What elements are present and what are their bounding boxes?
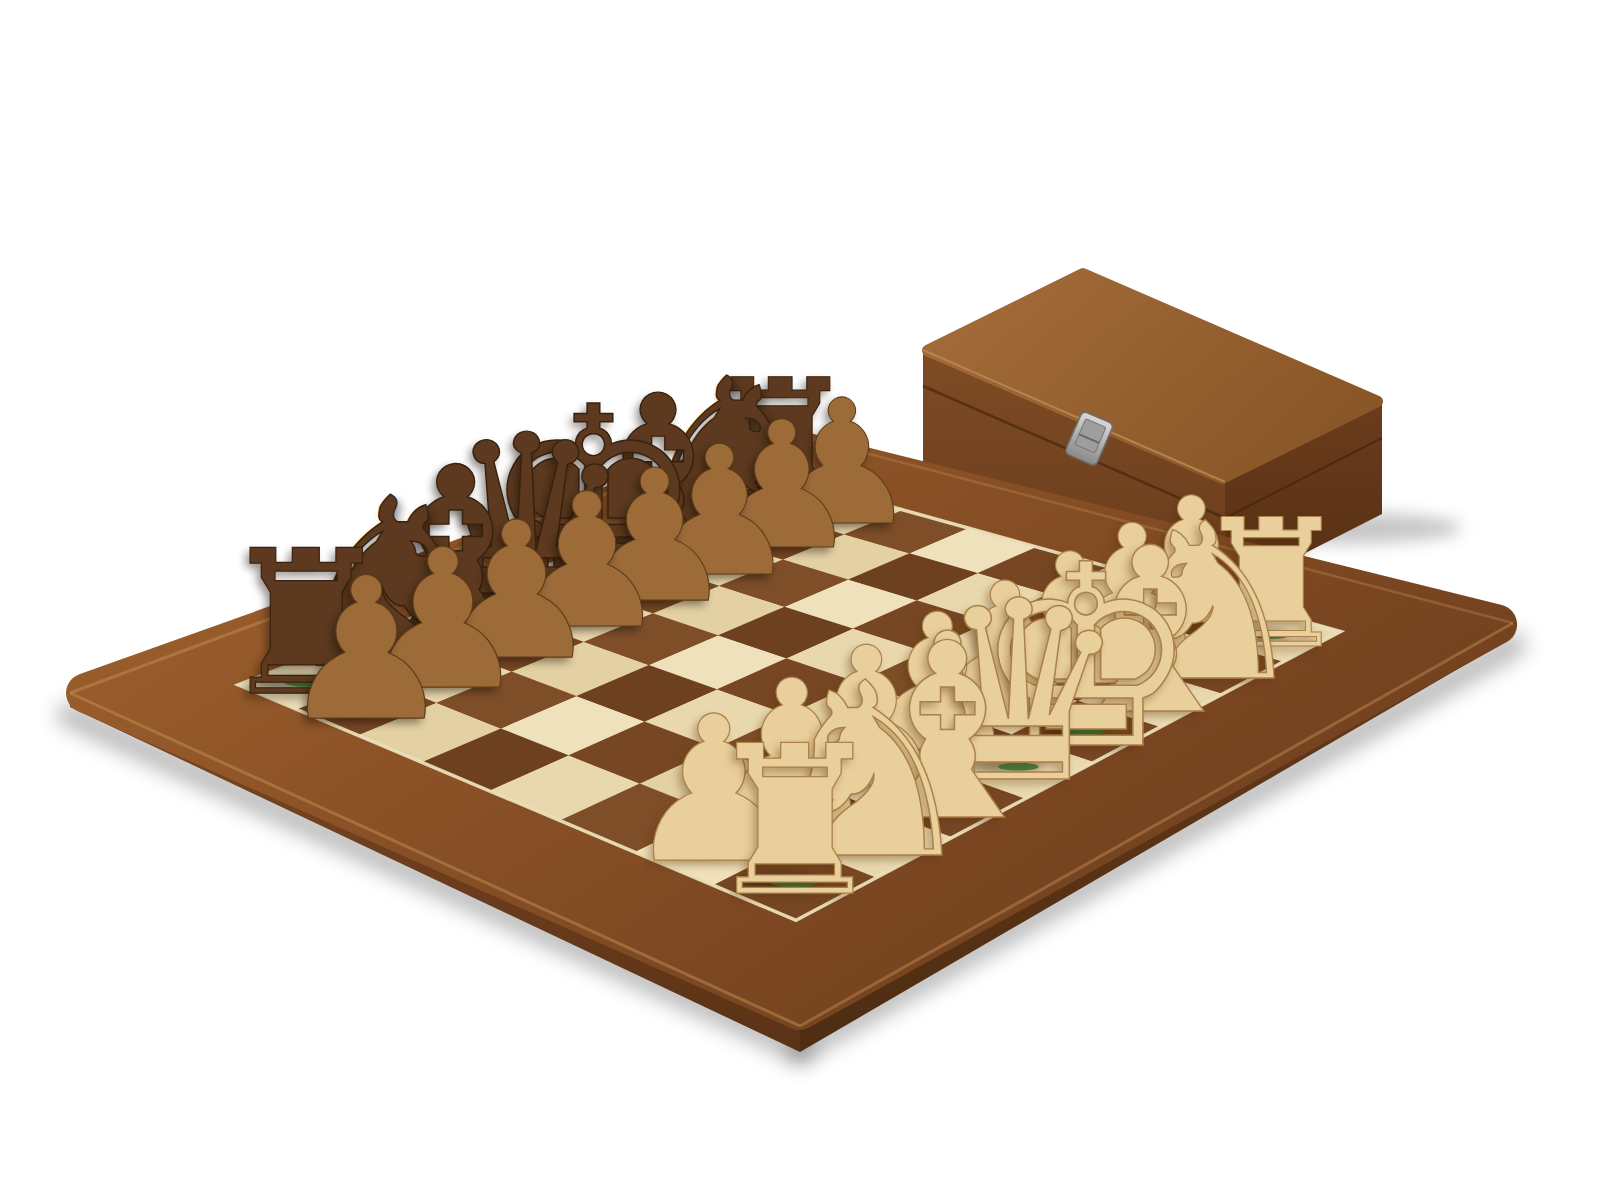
chess-board-scene xyxy=(0,0,1600,1202)
piece-felt-base xyxy=(764,493,797,499)
piece-felt-base xyxy=(765,535,799,542)
piece-felt-base xyxy=(1132,695,1169,702)
piece-felt-base xyxy=(362,649,404,657)
piece-felt-base xyxy=(436,620,476,628)
product-photo-chess-set: ♜♟♞♟♝♟♚♟♛♟♟♝♜♟♟♞♞♟♟♜♝♟♟♚♟♛♟♝♟♞♟♜ xyxy=(0,0,1600,1202)
piece-felt-base xyxy=(344,703,388,711)
piece-felt-base xyxy=(702,560,738,567)
piece-felt-base xyxy=(691,845,738,854)
piece-felt-base xyxy=(825,511,858,517)
piece-felt-base xyxy=(640,541,675,548)
piece-felt-base xyxy=(1115,639,1150,646)
piece-felt-base xyxy=(1052,670,1089,677)
piece-felt-base xyxy=(575,566,612,573)
piece-felt-base xyxy=(422,672,464,680)
piece-felt-base xyxy=(507,593,545,600)
piece-felt-base xyxy=(770,806,814,815)
piece-felt-base xyxy=(496,642,536,650)
piece-felt-base xyxy=(917,735,957,743)
piece-felt-base xyxy=(851,838,896,847)
piece-felt-base xyxy=(845,770,887,778)
piece-felt-base xyxy=(703,517,737,524)
piece-felt-base xyxy=(1067,728,1106,735)
piece-felt-base xyxy=(771,878,818,887)
piece-felt-base xyxy=(986,701,1024,708)
piece-felt-base xyxy=(926,799,969,807)
piece-felt-base xyxy=(636,586,673,593)
piece-felt-base xyxy=(568,614,607,621)
piece-felt-base xyxy=(1175,610,1209,616)
piece-felt-base xyxy=(1254,632,1288,638)
piece-felt-base xyxy=(1194,663,1229,670)
piece-felt-base xyxy=(998,763,1039,771)
piece-felt-base xyxy=(285,678,329,686)
